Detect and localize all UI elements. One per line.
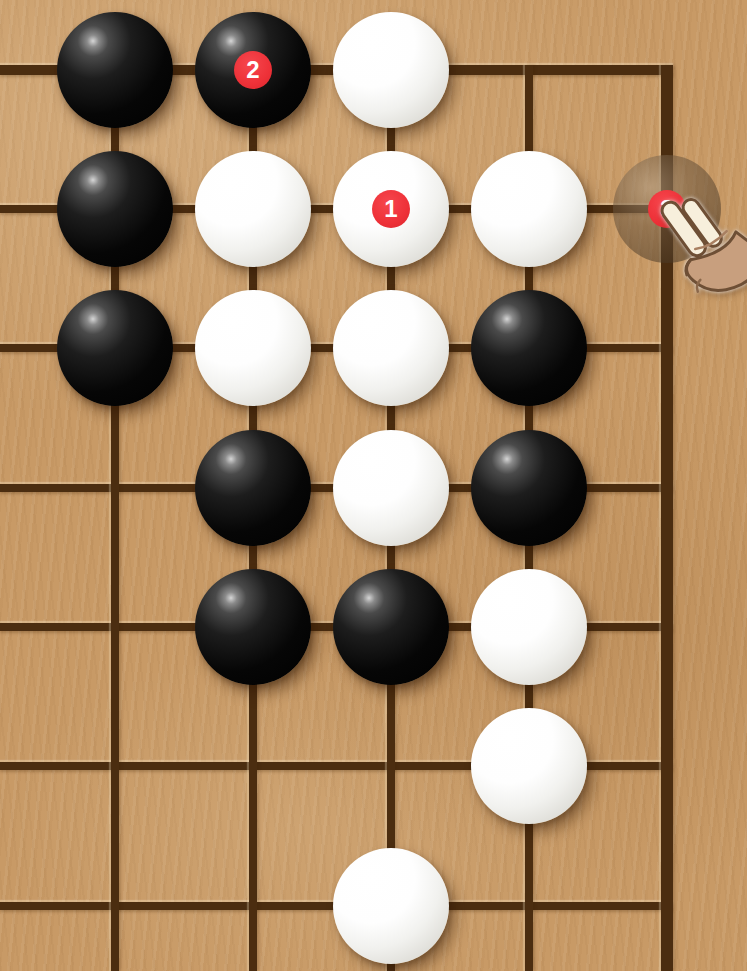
stone-white — [333, 290, 449, 406]
stone-white — [195, 290, 311, 406]
stone-white — [195, 151, 311, 267]
tap-hand-cursor — [644, 196, 747, 322]
stone-black — [471, 290, 587, 406]
stone-white — [471, 569, 587, 685]
stone-black — [57, 12, 173, 128]
go-board[interactable]: 123 — [0, 0, 747, 971]
stone-black — [195, 430, 311, 546]
stone-white — [333, 12, 449, 128]
stone-black — [471, 430, 587, 546]
stone-white — [333, 848, 449, 964]
stone-black — [57, 290, 173, 406]
move-badge-2: 2 — [234, 51, 272, 89]
move-badge-1: 1 — [372, 190, 410, 228]
stone-white — [333, 430, 449, 546]
stone-white — [471, 708, 587, 824]
stone-black — [195, 569, 311, 685]
stone-black — [333, 569, 449, 685]
stone-white — [471, 151, 587, 267]
stone-black — [57, 151, 173, 267]
